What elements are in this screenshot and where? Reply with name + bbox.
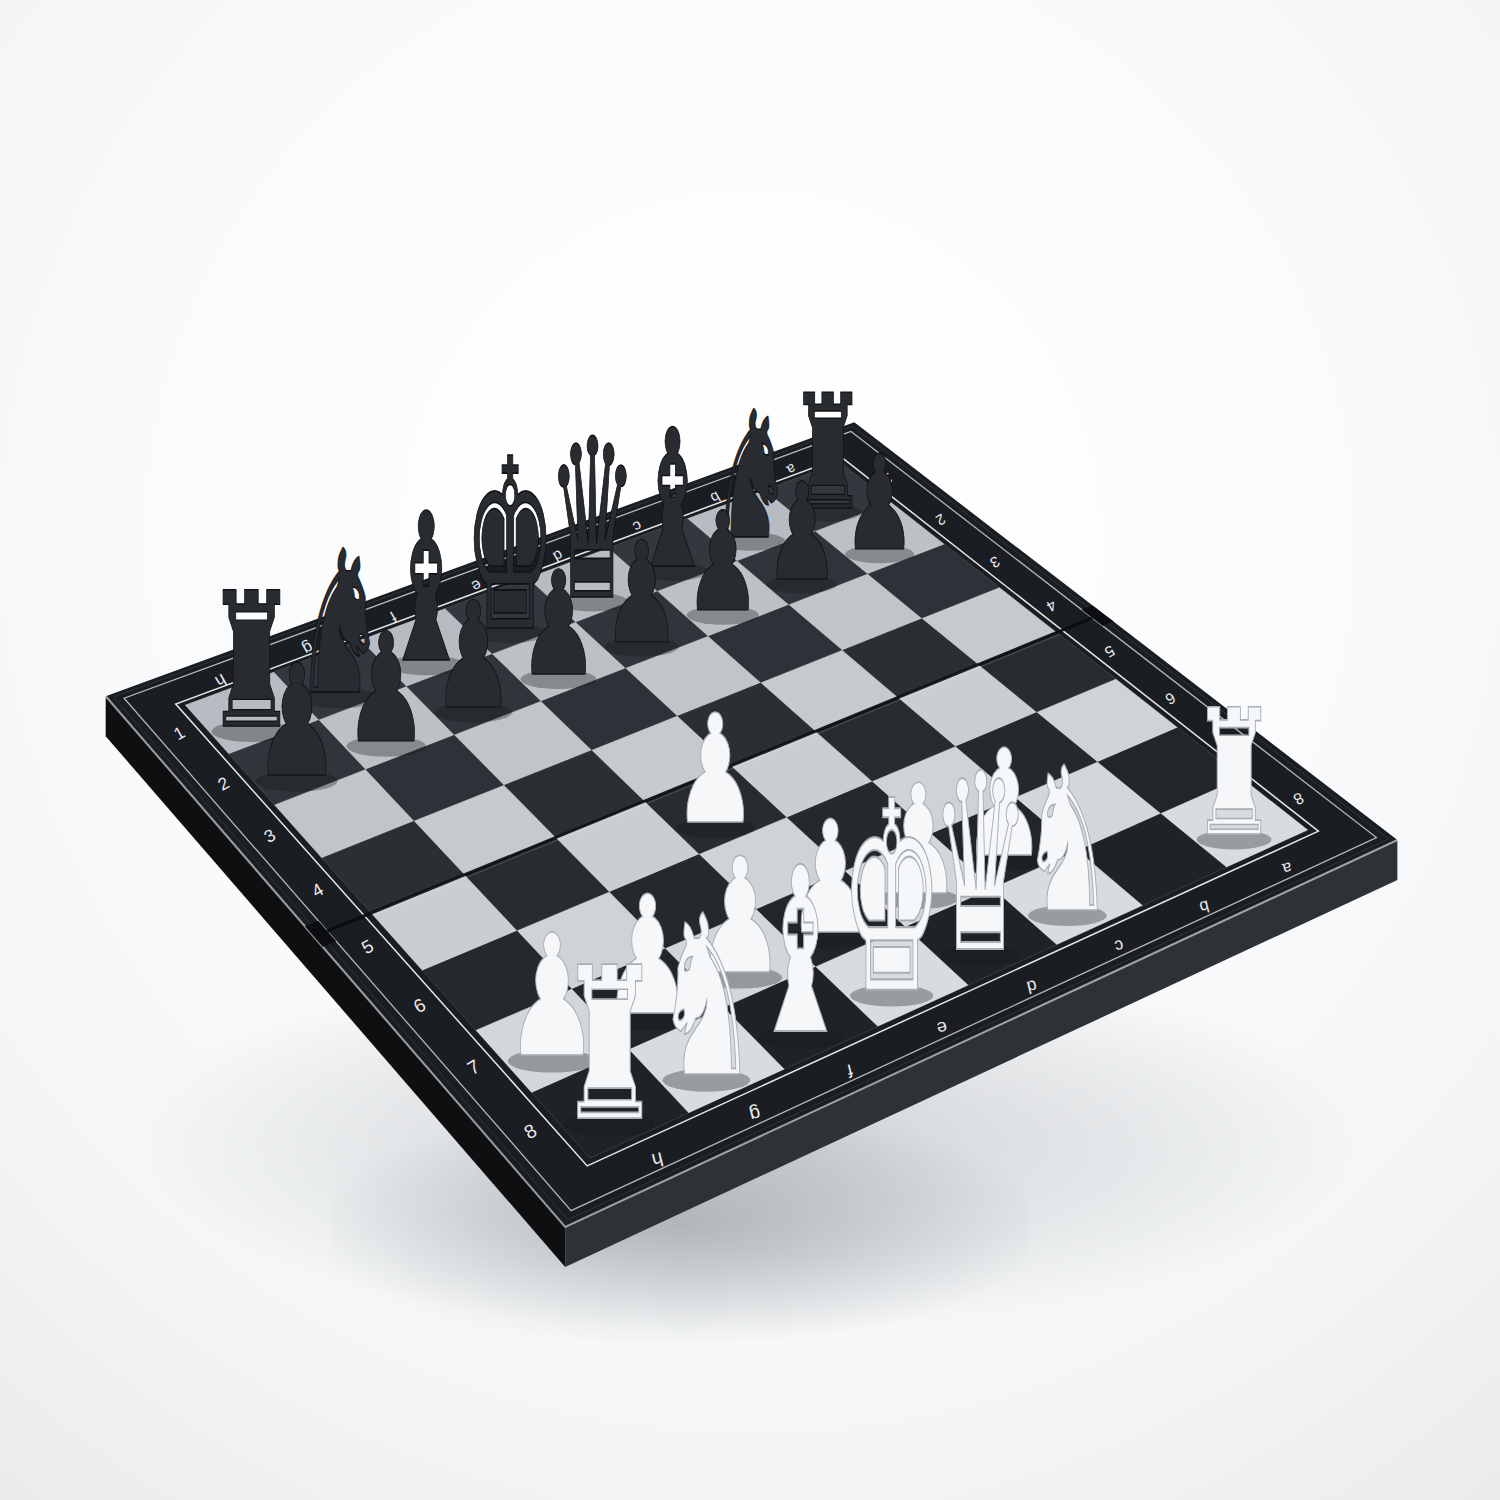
piece-white-rook-h8[interactable]: ♜ bbox=[559, 923, 661, 1168]
piece-white-king-e8[interactable]: ♚ bbox=[840, 745, 943, 1052]
piece-white-knight-g8[interactable]: ♞ bbox=[654, 867, 759, 1126]
piece-black-pawn-a2[interactable]: ♟ bbox=[843, 427, 917, 581]
piece-white-rook-a8[interactable]: ♜ bbox=[1192, 673, 1277, 876]
product-photo-chess-set: 1234567812345678abcdefghabcdefgh♜♞♟♝♟♛♟♚… bbox=[0, 0, 1500, 1500]
chess-board: 1234567812345678abcdefghabcdefgh♜♞♟♝♟♛♟♚… bbox=[0, 0, 1500, 1500]
piece-black-pawn-f2[interactable]: ♟ bbox=[432, 570, 515, 741]
piece-black-pawn-b2[interactable]: ♟ bbox=[764, 455, 839, 611]
piece-black-pawn-d2[interactable]: ♟ bbox=[602, 511, 681, 675]
piece-white-knight-c8[interactable]: ♞ bbox=[1020, 725, 1114, 958]
piece-white-queen-d8[interactable]: ♛ bbox=[931, 721, 1031, 1007]
piece-black-pawn-c2[interactable]: ♟ bbox=[684, 483, 761, 643]
piece-black-pawn-e2[interactable]: ♟ bbox=[518, 539, 599, 707]
piece-black-pawn-h2[interactable]: ♟ bbox=[253, 631, 340, 811]
piece-white-bishop-f8[interactable]: ♝ bbox=[750, 819, 850, 1086]
piece-black-pawn-g2[interactable]: ♟ bbox=[344, 600, 429, 776]
